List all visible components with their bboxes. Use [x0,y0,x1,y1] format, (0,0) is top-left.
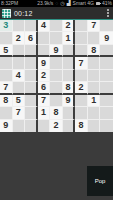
cell-r6c4[interactable]: 6 [38,82,51,94]
app-bar: 00:12 [0,7,113,19]
cell-r6c8[interactable] [88,82,101,94]
cell-r8c9[interactable] [100,107,113,119]
cell-r4c5[interactable] [50,57,63,69]
cell-r5c3[interactable] [25,70,38,82]
cell-r3c5[interactable]: 9 [50,45,63,57]
cell-r8c3[interactable] [25,107,38,119]
cell-r1c1[interactable]: 3 [0,20,13,32]
cell-r1c2[interactable] [13,20,26,32]
cell-r2c1[interactable] [0,32,13,44]
cell-r8c1[interactable] [0,107,13,119]
cell-r3c9[interactable] [100,45,113,57]
lower-panel: Pop [0,132,113,200]
cell-r9c7[interactable]: 8 [75,120,88,132]
cell-r4c7[interactable]: 7 [75,57,88,69]
alarm-icon: ◷ [60,0,64,7]
cell-r2c6[interactable]: 1 [63,32,76,44]
cell-r3c7[interactable] [75,45,88,57]
cell-r3c3[interactable] [25,45,38,57]
cell-r8c4[interactable]: 1 [38,107,51,119]
sudoku-board[interactable]: 342726195989742768285791718928 [0,20,113,133]
network-speed: 23.9k/s [37,0,53,7]
cell-r2c4[interactable] [38,32,51,44]
cell-r7c6[interactable]: 9 [63,95,76,107]
cell-r2c7[interactable] [75,32,88,44]
cell-r9c2[interactable] [13,120,26,132]
ad-label: Pop [95,178,106,184]
cell-r6c6[interactable]: 8 [63,82,76,94]
overflow-menu-button[interactable] [105,9,111,17]
cell-r3c1[interactable]: 5 [0,45,13,57]
cell-r3c6[interactable] [63,45,76,57]
cell-r6c2[interactable] [13,82,26,94]
cell-r6c9[interactable] [100,82,113,94]
cell-r9c5[interactable]: 2 [50,120,63,132]
cell-r6c5[interactable] [50,82,63,94]
cell-r6c1[interactable]: 7 [0,82,13,94]
cell-r4c3[interactable] [25,57,38,69]
status-time: 8:32PM [1,0,18,7]
cell-r1c4[interactable]: 4 [38,20,51,32]
cell-r5c9[interactable] [100,70,113,82]
cell-r1c6[interactable]: 2 [63,20,76,32]
cell-r3c2[interactable] [13,45,26,57]
cell-r7c4[interactable]: 7 [38,95,51,107]
cell-r8c6[interactable] [63,107,76,119]
cell-r7c3[interactable] [25,95,38,107]
cell-r1c3[interactable] [25,20,38,32]
cell-r9c8[interactable] [88,120,101,132]
cell-r4c6[interactable] [63,57,76,69]
cell-r4c4[interactable]: 9 [38,57,51,69]
signal-icon: ▟ [67,0,71,7]
cell-r1c7[interactable] [75,20,88,32]
cell-r5c7[interactable] [75,70,88,82]
cell-r2c3[interactable]: 6 [25,32,38,44]
cell-r8c8[interactable] [88,107,101,119]
cell-r7c9[interactable] [100,95,113,107]
cell-r8c7[interactable] [75,107,88,119]
data-usage-icon: ◌ [55,0,58,7]
cell-r7c1[interactable]: 8 [0,95,13,107]
cell-r9c4[interactable] [38,120,51,132]
cell-r3c4[interactable] [38,45,51,57]
cell-r8c5[interactable]: 8 [50,107,63,119]
cell-r7c5[interactable] [50,95,63,107]
game-timer: 00:12 [14,10,33,17]
cell-r1c8[interactable]: 7 [88,20,101,32]
cell-r2c2[interactable]: 2 [13,32,26,44]
cell-r1c9[interactable] [100,20,113,32]
cell-r4c1[interactable] [0,57,13,69]
status-bar: 8:32PM 23.9k/s ◌ ◷ ▟ Smart 4G 41% [0,0,113,7]
cell-r2c8[interactable] [88,32,101,44]
cell-r9c3[interactable] [25,120,38,132]
battery-icon [96,2,100,5]
cell-r8c2[interactable]: 7 [13,107,26,119]
cell-r9c1[interactable]: 9 [0,120,13,132]
cell-r4c2[interactable] [13,57,26,69]
ad-banner[interactable]: Pop [87,166,113,196]
cell-r5c2[interactable]: 4 [13,70,26,82]
cell-r2c9[interactable]: 9 [100,32,113,44]
cell-r6c3[interactable] [25,82,38,94]
carrier-label: Smart 4G [73,0,94,7]
cell-r6c7[interactable]: 2 [75,82,88,94]
cell-r2c5[interactable] [50,32,63,44]
cell-r5c8[interactable] [88,70,101,82]
cell-r4c9[interactable] [100,57,113,69]
cell-r7c7[interactable] [75,95,88,107]
phone-screen: 8:32PM 23.9k/s ◌ ◷ ▟ Smart 4G 41% 00:12 … [0,0,113,200]
cell-r5c6[interactable] [63,70,76,82]
cell-r9c6[interactable] [63,120,76,132]
cell-r9c9[interactable] [100,120,113,132]
cell-r4c8[interactable] [88,57,101,69]
cell-r5c5[interactable] [50,70,63,82]
cell-r5c4[interactable]: 2 [38,70,51,82]
cell-r5c1[interactable] [0,70,13,82]
cell-r7c2[interactable]: 5 [13,95,26,107]
sudoku-app-icon [2,9,11,18]
cell-r7c8[interactable]: 1 [88,95,101,107]
battery-percent: 41% [102,0,112,7]
cell-r3c8[interactable]: 8 [88,45,101,57]
cell-r1c5[interactable] [50,20,63,32]
